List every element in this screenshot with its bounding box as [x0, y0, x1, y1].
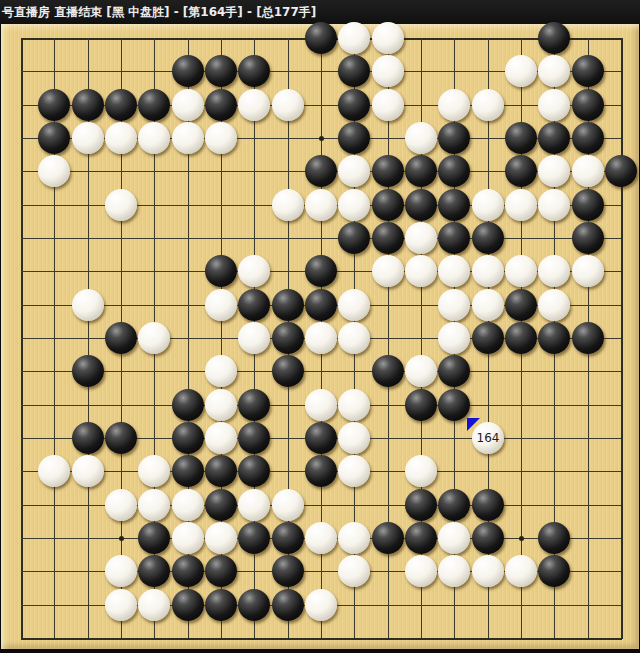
white-stone	[372, 55, 404, 87]
white-stone	[138, 489, 170, 521]
black-stone	[238, 422, 270, 454]
white-stone	[272, 489, 304, 521]
white-stone	[338, 455, 370, 487]
white-stone	[472, 89, 504, 121]
black-stone	[405, 155, 437, 187]
black-stone	[438, 355, 470, 387]
black-stone	[238, 389, 270, 421]
black-stone	[572, 189, 604, 221]
star-point	[319, 136, 324, 141]
white-stone	[172, 89, 204, 121]
black-stone	[72, 89, 104, 121]
black-stone	[505, 122, 537, 154]
grid-line-horizontal	[21, 371, 622, 372]
black-stone	[405, 522, 437, 554]
black-stone	[172, 389, 204, 421]
white-stone	[72, 455, 104, 487]
window-title: 号直播房 直播结束 [黑 中盘胜] - [第164手] - [总177手]	[2, 5, 316, 19]
black-stone	[572, 89, 604, 121]
black-stone	[272, 555, 304, 587]
white-stone	[238, 489, 270, 521]
black-stone	[238, 522, 270, 554]
black-stone	[205, 455, 237, 487]
black-stone	[572, 322, 604, 354]
white-stone	[205, 389, 237, 421]
black-stone	[538, 122, 570, 154]
black-stone	[205, 555, 237, 587]
black-stone	[538, 22, 570, 54]
white-stone	[438, 522, 470, 554]
last-move-stone: 164	[472, 422, 504, 454]
black-stone	[272, 289, 304, 321]
app-window: 号直播房 直播结束 [黑 中盘胜] - [第164手] - [总177手] 16…	[0, 0, 640, 653]
white-stone	[572, 255, 604, 287]
white-stone	[105, 122, 137, 154]
white-stone	[472, 189, 504, 221]
white-stone	[472, 255, 504, 287]
black-stone	[338, 55, 370, 87]
black-stone	[172, 589, 204, 621]
white-stone	[305, 389, 337, 421]
white-stone	[338, 389, 370, 421]
black-stone	[338, 89, 370, 121]
board-frame: 164	[1, 24, 639, 649]
black-stone	[272, 322, 304, 354]
white-stone	[338, 522, 370, 554]
white-stone	[138, 122, 170, 154]
black-stone	[272, 589, 304, 621]
white-stone	[272, 189, 304, 221]
black-stone	[472, 489, 504, 521]
white-stone	[505, 55, 537, 87]
white-stone	[305, 522, 337, 554]
black-stone	[338, 122, 370, 154]
white-stone	[405, 222, 437, 254]
black-stone	[172, 455, 204, 487]
white-stone	[505, 555, 537, 587]
white-stone	[238, 255, 270, 287]
white-stone	[372, 255, 404, 287]
white-stone	[538, 289, 570, 321]
black-stone	[405, 389, 437, 421]
black-stone	[538, 555, 570, 587]
black-stone	[405, 489, 437, 521]
white-stone	[105, 555, 137, 587]
white-stone	[338, 289, 370, 321]
move-number-label: 164	[477, 431, 500, 445]
white-stone	[205, 122, 237, 154]
white-stone	[472, 555, 504, 587]
black-stone	[272, 355, 304, 387]
go-board[interactable]: 164	[21, 38, 622, 639]
black-stone	[105, 89, 137, 121]
black-stone	[305, 255, 337, 287]
black-stone	[138, 555, 170, 587]
white-stone	[238, 89, 270, 121]
black-stone	[305, 22, 337, 54]
white-stone	[72, 289, 104, 321]
black-stone	[305, 155, 337, 187]
black-stone	[238, 55, 270, 87]
white-stone	[505, 189, 537, 221]
black-stone	[572, 122, 604, 154]
white-stone	[338, 155, 370, 187]
grid-line-vertical	[621, 38, 623, 639]
black-stone	[338, 222, 370, 254]
black-stone	[238, 455, 270, 487]
black-stone	[472, 222, 504, 254]
white-stone	[438, 555, 470, 587]
white-stone	[305, 589, 337, 621]
black-stone	[438, 489, 470, 521]
black-stone	[438, 122, 470, 154]
white-stone	[138, 322, 170, 354]
black-stone	[72, 422, 104, 454]
black-stone	[172, 555, 204, 587]
white-stone	[138, 455, 170, 487]
white-stone	[338, 322, 370, 354]
black-stone	[38, 122, 70, 154]
white-stone	[172, 489, 204, 521]
black-stone	[38, 89, 70, 121]
white-stone	[538, 55, 570, 87]
grid-line-horizontal	[21, 638, 622, 640]
white-stone	[405, 455, 437, 487]
white-stone	[205, 522, 237, 554]
black-stone	[72, 355, 104, 387]
white-stone	[305, 322, 337, 354]
black-stone	[305, 289, 337, 321]
white-stone	[138, 589, 170, 621]
white-stone	[338, 22, 370, 54]
black-stone	[272, 522, 304, 554]
black-stone	[205, 589, 237, 621]
white-stone	[372, 89, 404, 121]
black-stone	[405, 189, 437, 221]
white-stone	[338, 422, 370, 454]
star-point	[519, 536, 524, 541]
star-point	[119, 536, 124, 541]
white-stone	[438, 255, 470, 287]
black-stone	[205, 255, 237, 287]
white-stone	[205, 289, 237, 321]
white-stone	[538, 255, 570, 287]
black-stone	[138, 522, 170, 554]
white-stone	[72, 122, 104, 154]
black-stone	[438, 222, 470, 254]
black-stone	[505, 289, 537, 321]
white-stone	[205, 422, 237, 454]
black-stone	[205, 55, 237, 87]
white-stone	[238, 322, 270, 354]
white-stone	[405, 255, 437, 287]
black-stone	[238, 589, 270, 621]
white-stone	[338, 189, 370, 221]
white-stone	[472, 289, 504, 321]
black-stone	[472, 522, 504, 554]
black-stone	[138, 89, 170, 121]
black-stone	[105, 422, 137, 454]
black-stone	[538, 322, 570, 354]
black-stone	[505, 322, 537, 354]
white-stone	[405, 555, 437, 587]
white-stone	[205, 355, 237, 387]
black-stone	[305, 455, 337, 487]
black-stone	[205, 89, 237, 121]
black-stone	[372, 222, 404, 254]
black-stone	[438, 389, 470, 421]
white-stone	[438, 322, 470, 354]
white-stone	[372, 22, 404, 54]
white-stone	[438, 289, 470, 321]
black-stone	[438, 155, 470, 187]
white-stone	[538, 89, 570, 121]
black-stone	[105, 322, 137, 354]
black-stone	[238, 289, 270, 321]
white-stone	[105, 189, 137, 221]
white-stone	[172, 122, 204, 154]
white-stone	[405, 355, 437, 387]
white-stone	[538, 155, 570, 187]
black-stone	[572, 55, 604, 87]
black-stone	[372, 355, 404, 387]
black-stone	[372, 522, 404, 554]
last-move-triangle-marker	[467, 418, 480, 431]
black-stone	[372, 189, 404, 221]
white-stone	[172, 522, 204, 554]
black-stone	[172, 55, 204, 87]
white-stone	[338, 555, 370, 587]
black-stone	[205, 489, 237, 521]
white-stone	[38, 155, 70, 187]
white-stone	[405, 122, 437, 154]
white-stone	[438, 89, 470, 121]
black-stone	[305, 422, 337, 454]
white-stone	[105, 589, 137, 621]
white-stone	[38, 455, 70, 487]
black-stone	[572, 222, 604, 254]
white-stone	[272, 89, 304, 121]
white-stone	[572, 155, 604, 187]
black-stone	[472, 322, 504, 354]
black-stone	[172, 422, 204, 454]
black-stone	[505, 155, 537, 187]
title-bar: 号直播房 直播结束 [黑 中盘胜] - [第164手] - [总177手]	[0, 0, 640, 24]
white-stone	[505, 255, 537, 287]
white-stone	[105, 489, 137, 521]
black-stone	[372, 155, 404, 187]
white-stone	[538, 189, 570, 221]
white-stone	[305, 189, 337, 221]
black-stone	[605, 155, 637, 187]
black-stone	[438, 189, 470, 221]
black-stone	[538, 522, 570, 554]
